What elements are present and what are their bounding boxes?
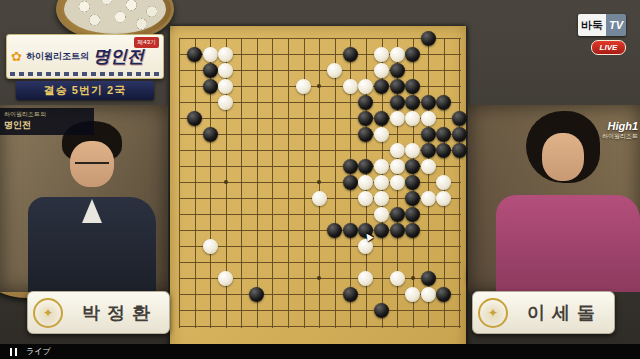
black-stone bbox=[405, 191, 420, 206]
black-stone bbox=[249, 287, 264, 302]
star-point bbox=[317, 84, 321, 88]
white-stone bbox=[218, 63, 233, 78]
right-player-face bbox=[542, 133, 584, 181]
star-point bbox=[317, 180, 321, 184]
right-camera-logo: High1 하이원리조트 bbox=[584, 120, 638, 141]
black-stone bbox=[436, 287, 451, 302]
star-point bbox=[224, 180, 228, 184]
right-logo-line2: 하이원리조트 bbox=[584, 132, 638, 141]
black-stone bbox=[358, 159, 373, 174]
white-stone bbox=[218, 271, 233, 286]
left-player-nameplate: 박정환 bbox=[27, 291, 170, 334]
white-stone bbox=[358, 175, 373, 190]
white-stone bbox=[374, 127, 389, 142]
white-stone bbox=[405, 111, 420, 126]
black-stone bbox=[343, 175, 358, 190]
white-stone bbox=[312, 191, 327, 206]
white-stone bbox=[358, 191, 373, 206]
black-stone bbox=[390, 63, 405, 78]
white-stone bbox=[405, 143, 420, 158]
white-stone bbox=[421, 191, 436, 206]
black-stone bbox=[374, 79, 389, 94]
broadcast-screen: ► ✿ 하이원리조트의 명인전 제43기 결승 5번기 2국 바둑 TV LIV… bbox=[0, 0, 640, 359]
black-stone bbox=[390, 79, 405, 94]
star-point bbox=[317, 276, 321, 280]
white-stone bbox=[374, 175, 389, 190]
player-control-bar[interactable]: ライブ bbox=[0, 344, 640, 359]
black-stone bbox=[390, 95, 405, 110]
black-stone bbox=[203, 127, 218, 142]
white-stone bbox=[390, 47, 405, 62]
black-stone bbox=[358, 111, 373, 126]
black-stone bbox=[436, 95, 451, 110]
tournament-banner: ✿ 하이원리조트의 명인전 제43기 bbox=[6, 34, 164, 79]
black-stone bbox=[405, 207, 420, 222]
left-camera-caption: 하이원리조트의 명인전 bbox=[0, 108, 94, 135]
black-stone bbox=[421, 271, 436, 286]
white-stone bbox=[358, 271, 373, 286]
black-stone bbox=[203, 63, 218, 78]
white-stone bbox=[436, 191, 451, 206]
black-stone bbox=[405, 175, 420, 190]
black-stone bbox=[390, 223, 405, 238]
right-player-shirt bbox=[496, 195, 640, 292]
white-stone bbox=[374, 191, 389, 206]
right-player-name: 이세돌 bbox=[508, 301, 614, 325]
black-stone bbox=[421, 95, 436, 110]
white-stone bbox=[421, 111, 436, 126]
right-logo-line1: High1 bbox=[584, 120, 638, 132]
white-stones-in-bowl bbox=[64, 0, 166, 34]
black-stone bbox=[452, 127, 467, 142]
white-stone bbox=[390, 159, 405, 174]
banner-edition-badge: 제43기 bbox=[134, 37, 159, 48]
black-stone bbox=[452, 111, 467, 126]
black-stone bbox=[421, 127, 436, 142]
left-player-name: 박정환 bbox=[63, 301, 169, 325]
white-stone bbox=[390, 143, 405, 158]
live-badge: LIVE bbox=[591, 40, 626, 55]
nameplate-emblem-icon bbox=[33, 298, 63, 328]
left-caption-line1: 하이원리조트의 bbox=[4, 110, 90, 119]
black-stone bbox=[327, 223, 342, 238]
black-stone bbox=[421, 31, 436, 46]
black-stone bbox=[452, 143, 467, 158]
white-stone bbox=[343, 79, 358, 94]
baduk-tv-logo: 바둑 TV bbox=[578, 14, 626, 36]
black-stone bbox=[343, 287, 358, 302]
sponsor-flower-icon: ✿ bbox=[11, 49, 22, 64]
black-stone bbox=[405, 95, 420, 110]
black-stone bbox=[436, 143, 451, 158]
white-stone bbox=[358, 79, 373, 94]
black-stone bbox=[405, 79, 420, 94]
black-stone bbox=[358, 127, 373, 142]
nameplate-emblem-icon bbox=[478, 298, 508, 328]
white-stone bbox=[374, 159, 389, 174]
white-stone bbox=[327, 63, 342, 78]
baduk-tv-logo-en: TV bbox=[606, 14, 626, 36]
black-stone bbox=[374, 111, 389, 126]
white-stone bbox=[218, 95, 233, 110]
black-stone bbox=[187, 111, 202, 126]
match-round-bar: 결승 5번기 2국 bbox=[16, 81, 154, 100]
black-stone bbox=[436, 127, 451, 142]
black-stone bbox=[405, 159, 420, 174]
white-stone bbox=[296, 79, 311, 94]
banner-sponsor-text: 하이원리조트의 bbox=[26, 50, 89, 63]
black-stone bbox=[358, 95, 373, 110]
white-stone bbox=[390, 271, 405, 286]
white-stone bbox=[218, 47, 233, 62]
star-point bbox=[411, 276, 415, 280]
baduk-tv-logo-kor: 바둑 bbox=[578, 14, 606, 36]
right-player-nameplate: 이세돌 bbox=[472, 291, 615, 334]
white-stone bbox=[218, 79, 233, 94]
black-stone bbox=[343, 47, 358, 62]
white-stone bbox=[421, 159, 436, 174]
white-stone bbox=[405, 287, 420, 302]
white-stone bbox=[203, 239, 218, 254]
white-stone bbox=[436, 175, 451, 190]
left-caption-line2: 명인전 bbox=[4, 119, 90, 132]
white-stone bbox=[374, 207, 389, 222]
go-board: ► bbox=[170, 26, 466, 359]
left-player-glasses bbox=[75, 162, 109, 169]
white-stone bbox=[421, 287, 436, 302]
black-stone bbox=[405, 223, 420, 238]
black-stone bbox=[203, 79, 218, 94]
black-stone bbox=[390, 207, 405, 222]
white-stone bbox=[374, 47, 389, 62]
black-stone bbox=[187, 47, 202, 62]
banner-title-text: 명인전 bbox=[93, 45, 144, 68]
white-stone bbox=[203, 47, 218, 62]
pause-icon[interactable] bbox=[10, 348, 17, 356]
black-stone bbox=[421, 143, 436, 158]
white-stone bbox=[390, 175, 405, 190]
go-board-grid[interactable]: ► bbox=[179, 38, 461, 328]
black-stone bbox=[374, 223, 389, 238]
black-stone bbox=[343, 159, 358, 174]
live-stream-label: ライブ bbox=[26, 346, 51, 357]
black-stone bbox=[343, 223, 358, 238]
white-stone bbox=[390, 111, 405, 126]
black-stone bbox=[374, 303, 389, 318]
black-stone bbox=[405, 47, 420, 62]
white-stone bbox=[374, 63, 389, 78]
